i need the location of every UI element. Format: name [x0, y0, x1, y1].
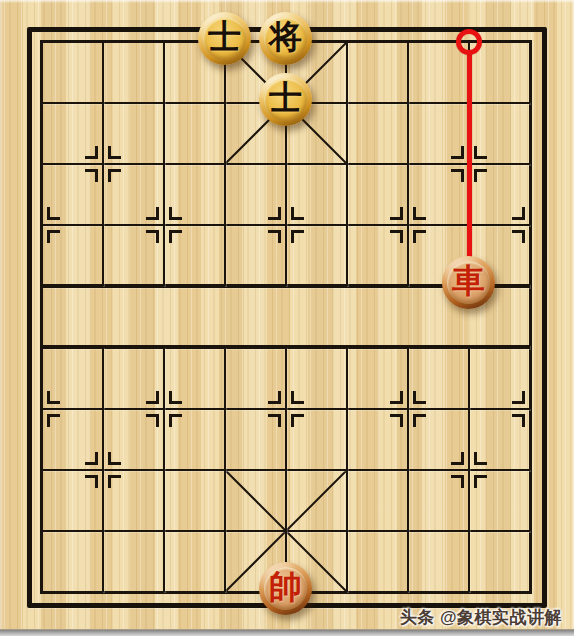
- piece-red-general[interactable]: 帥: [259, 562, 312, 615]
- piece-face: 士: [264, 78, 307, 121]
- grid-vline-3-1: [224, 347, 226, 592]
- grid-vline-1-0: [102, 42, 104, 286]
- grid-vline-5-1: [346, 347, 348, 592]
- xiangqi-board[interactable]: 士将士車帥 头条 @象棋实战讲解: [0, 0, 574, 636]
- grid-vline-1-1: [102, 347, 104, 592]
- grid-vline-6-1: [407, 347, 409, 592]
- grid-vline-6-0: [407, 42, 409, 286]
- grid-vline-4-1: [285, 347, 287, 592]
- piece-black-advisor[interactable]: 士: [259, 73, 312, 126]
- piece-glyph-black-advisor: 士: [269, 82, 302, 115]
- piece-face: 帥: [264, 567, 307, 610]
- piece-black-general[interactable]: 将: [259, 12, 312, 65]
- piece-face: 将: [264, 17, 307, 60]
- watermark-text: 头条 @象棋实战讲解: [400, 606, 562, 629]
- grid-vline-2-1: [163, 347, 165, 592]
- board-bottom-edge: [0, 629, 574, 636]
- piece-black-advisor[interactable]: 士: [198, 12, 251, 65]
- piece-glyph-black-general: 将: [269, 21, 302, 54]
- grid-vline-7-1: [468, 347, 470, 592]
- piece-face: 士: [203, 17, 246, 60]
- grid-vline-5-0: [346, 42, 348, 286]
- piece-face: 車: [447, 261, 490, 304]
- grid-vline-2-0: [163, 42, 165, 286]
- piece-glyph-black-advisor: 士: [208, 21, 241, 54]
- piece-glyph-red-general: 帥: [269, 571, 302, 604]
- piece-red-chariot[interactable]: 車: [442, 256, 495, 309]
- move-indicator-line: [467, 53, 472, 283]
- move-target-circle: [456, 29, 482, 55]
- piece-glyph-red-chariot: 車: [452, 265, 485, 298]
- grid-vline-3-0: [224, 42, 226, 286]
